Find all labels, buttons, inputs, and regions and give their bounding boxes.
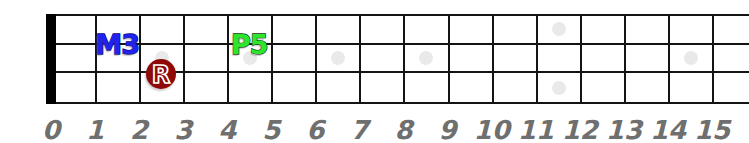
fret-cell <box>56 45 95 74</box>
fret-cell <box>183 45 227 74</box>
fret-cell <box>492 73 536 102</box>
fret-number: 9 <box>439 117 457 143</box>
fret-cell <box>668 45 712 74</box>
fret-cell <box>227 73 271 102</box>
fret-cell <box>712 16 749 45</box>
fret-cell <box>271 16 315 45</box>
fret-cell <box>712 73 749 102</box>
fret-number: 14 <box>650 117 686 143</box>
fret-cell <box>56 73 95 102</box>
fret-cell <box>315 73 359 102</box>
fret-cell <box>95 73 139 102</box>
fret-cell <box>315 45 359 74</box>
fret-cell <box>359 73 403 102</box>
fret-cell <box>624 16 668 45</box>
fret-number: 13 <box>606 117 642 143</box>
fret-cell <box>403 73 447 102</box>
inlay-dot <box>419 51 433 65</box>
root-letter-icon: R <box>146 59 176 89</box>
fret-number: 12 <box>562 117 598 143</box>
fret-cell <box>403 45 447 74</box>
fret-cell <box>668 73 712 102</box>
fret-number: 1 <box>86 117 104 143</box>
fret-cell <box>359 45 403 74</box>
fret-number: 7 <box>350 117 368 143</box>
fret-cell <box>448 45 492 74</box>
fret-cell <box>536 16 580 45</box>
fret-cell <box>271 73 315 102</box>
inlay-dot <box>684 51 698 65</box>
fret-cell <box>183 16 227 45</box>
fret-cell <box>668 16 712 45</box>
fret-number: 3 <box>174 117 192 143</box>
inlay-dot <box>331 51 345 65</box>
fret-cell <box>712 45 749 74</box>
fret-cell <box>580 73 624 102</box>
fret-cell <box>56 16 95 45</box>
fret-cell <box>271 45 315 74</box>
fret-number: 0 <box>42 117 60 143</box>
fret-number: 10 <box>474 117 510 143</box>
fret-cell <box>580 45 624 74</box>
fret-cell <box>359 16 403 45</box>
fret-cell <box>492 45 536 74</box>
fret-number: 8 <box>395 117 413 143</box>
fret-number: 15 <box>694 117 730 143</box>
fret-cell <box>448 73 492 102</box>
fret-cell <box>183 73 227 102</box>
fret-cell <box>580 16 624 45</box>
svg-text:R: R <box>152 61 170 89</box>
inlay-dot <box>552 81 566 95</box>
fret-cell <box>536 73 580 102</box>
fret-number: 5 <box>262 117 280 143</box>
fret-cell <box>624 45 668 74</box>
fret-cell <box>624 73 668 102</box>
fret-cell <box>315 16 359 45</box>
fret-number: 2 <box>130 117 148 143</box>
fret-cell <box>536 45 580 74</box>
fret-number: 6 <box>306 117 324 143</box>
interval-marker-m3: M3 <box>95 31 139 58</box>
root-marker: R <box>146 59 176 89</box>
fret-number: 4 <box>218 117 236 143</box>
interval-marker-p5: P5 <box>231 31 268 58</box>
fret-cell <box>139 16 183 45</box>
nut <box>46 14 56 104</box>
fretboard-diagram: M3P5R 0123456789101112131415 <box>0 0 749 143</box>
fret-number: 11 <box>518 117 554 143</box>
inlay-dot <box>552 22 566 36</box>
fret-cell <box>492 16 536 45</box>
fret-cell <box>448 16 492 45</box>
fret-cell <box>403 16 447 45</box>
